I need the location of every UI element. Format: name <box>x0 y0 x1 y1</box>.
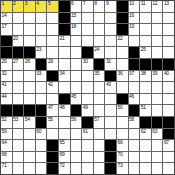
grid-cell[interactable] <box>13 24 24 35</box>
black-cell <box>140 117 151 128</box>
black-cell <box>1 47 12 58</box>
grid-cell[interactable]: 28 <box>24 59 35 70</box>
grid-cell[interactable] <box>36 94 47 105</box>
clue-number: 57 <box>94 117 99 122</box>
grid-cell[interactable]: 67 <box>163 140 174 151</box>
black-cell <box>117 24 128 35</box>
grid-cell[interactable] <box>36 13 47 24</box>
grid-cell[interactable] <box>82 24 93 35</box>
clue-number: 58 <box>129 117 134 122</box>
grid-cell[interactable] <box>129 152 140 163</box>
grid-cell[interactable]: 18 <box>71 24 82 35</box>
black-cell <box>13 47 24 58</box>
grid-cell[interactable] <box>36 140 47 151</box>
grid-cell[interactable]: 61 <box>82 129 93 140</box>
clue-number: 32 <box>2 71 7 76</box>
grid-cell[interactable]: 15 <box>71 13 82 24</box>
clue-number: 7 <box>83 1 85 6</box>
grid-cell[interactable] <box>47 36 58 47</box>
grid-cell[interactable]: 47 <box>47 105 58 116</box>
black-cell <box>105 163 116 174</box>
grid-cell[interactable]: 27 <box>13 59 24 70</box>
clue-number: 70 <box>118 152 123 157</box>
grid-cell[interactable] <box>152 36 163 47</box>
grid-cell[interactable] <box>36 152 47 163</box>
grid-cell[interactable] <box>94 24 105 35</box>
grid-cell[interactable] <box>24 163 35 174</box>
grid-cell[interactable] <box>13 94 24 105</box>
grid-cell[interactable] <box>117 82 128 93</box>
clue-number: 69 <box>60 152 65 157</box>
grid-cell[interactable] <box>71 47 82 58</box>
grid-cell[interactable] <box>152 47 163 58</box>
grid-cell[interactable] <box>117 129 128 140</box>
grid-cell[interactable] <box>152 94 163 105</box>
grid-cell[interactable] <box>163 163 174 174</box>
clue-number: 21 <box>60 36 65 41</box>
grid-cell[interactable] <box>140 140 151 151</box>
grid-cell[interactable] <box>152 13 163 24</box>
black-cell <box>129 105 140 116</box>
clue-number: 22 <box>118 36 123 41</box>
grid-cell-highlighted[interactable]: 1 <box>1 1 12 12</box>
clue-number: 13 <box>164 1 169 6</box>
grid-cell[interactable] <box>105 129 116 140</box>
grid-cell[interactable]: 8 <box>94 1 105 12</box>
crossword-board: 1234567891011121314151617181920212223242… <box>0 0 175 175</box>
clue-number: 52 <box>2 117 7 122</box>
grid-cell[interactable]: 7 <box>82 1 93 12</box>
black-cell <box>47 140 58 151</box>
clue-number: 34 <box>60 71 65 76</box>
grid-cell[interactable]: 10 <box>129 1 140 12</box>
clue-number: 31 <box>106 59 111 64</box>
grid-cell[interactable]: 52 <box>1 117 12 128</box>
clue-number: 36 <box>118 71 123 76</box>
clue-number: 17 <box>2 24 7 29</box>
grid-cell[interactable] <box>152 140 163 151</box>
grid-cell[interactable] <box>163 36 174 47</box>
clue-number: 8 <box>94 1 96 6</box>
grid-cell[interactable]: 39 <box>152 71 163 82</box>
grid-cell[interactable]: 58 <box>129 117 140 128</box>
grid-cell[interactable] <box>82 140 93 151</box>
grid-cell[interactable]: 38 <box>140 71 151 82</box>
clue-number: 68 <box>2 152 7 157</box>
black-cell <box>129 47 140 58</box>
clue-number: 9 <box>106 1 108 6</box>
clue-number: 29 <box>48 59 53 64</box>
grid-cell[interactable] <box>129 36 140 47</box>
clue-number: 38 <box>141 71 146 76</box>
black-cell <box>117 13 128 24</box>
grid-cell[interactable] <box>152 24 163 35</box>
grid-cell[interactable]: 46 <box>129 94 140 105</box>
grid-cell[interactable] <box>94 105 105 116</box>
grid-cell[interactable] <box>71 59 82 70</box>
grid-cell[interactable]: 29 <box>47 59 58 70</box>
clue-number: 27 <box>13 59 18 64</box>
grid-cell[interactable] <box>163 105 174 116</box>
grid-cell[interactable]: 57 <box>94 117 105 128</box>
black-cell <box>105 140 116 151</box>
grid-cell[interactable] <box>59 59 70 70</box>
grid-cell[interactable]: 41 <box>1 82 12 93</box>
grid-cell[interactable] <box>140 82 151 93</box>
clue-number: 53 <box>13 117 18 122</box>
black-cell <box>36 105 47 116</box>
grid-cell[interactable]: 60 <box>36 129 47 140</box>
grid-cell[interactable]: 37 <box>129 71 140 82</box>
grid-cell[interactable] <box>163 94 174 105</box>
grid-cell[interactable] <box>24 94 35 105</box>
grid-cell[interactable] <box>152 105 163 116</box>
clue-number: 62 <box>141 129 146 134</box>
grid-cell[interactable] <box>105 47 116 58</box>
clue-number: 55 <box>48 117 53 122</box>
grid-cell[interactable]: 11 <box>140 1 151 12</box>
grid-cell[interactable] <box>82 82 93 93</box>
clue-number: 41 <box>2 82 7 87</box>
clue-number: 24 <box>94 47 99 52</box>
black-cell <box>13 105 24 116</box>
grid-cell[interactable]: 21 <box>59 36 70 47</box>
grid-cell[interactable] <box>71 140 82 151</box>
grid-cell[interactable]: 48 <box>59 105 70 116</box>
grid-cell[interactable]: 24 <box>94 47 105 58</box>
clue-number: 30 <box>83 59 88 64</box>
grid-cell[interactable]: 26 <box>1 59 12 70</box>
grid-cell[interactable]: 17 <box>1 24 12 35</box>
clue-number: 63 <box>152 129 157 134</box>
grid-cell[interactable] <box>163 152 174 163</box>
grid-cell[interactable] <box>71 152 82 163</box>
grid-cell[interactable] <box>105 24 116 35</box>
grid-cell[interactable] <box>47 24 58 35</box>
grid-cell[interactable]: 20 <box>13 36 24 47</box>
grid-cell[interactable] <box>152 82 163 93</box>
black-cell <box>129 59 140 70</box>
grid-cell[interactable] <box>129 140 140 151</box>
grid-cell[interactable]: 32 <box>1 71 12 82</box>
grid-cell[interactable] <box>36 82 47 93</box>
clue-number: 65 <box>60 140 65 145</box>
grid-cell[interactable]: 14 <box>1 13 12 24</box>
grid-cell[interactable] <box>71 36 82 47</box>
black-cell <box>47 152 58 163</box>
black-cell <box>59 24 70 35</box>
clue-number: 33 <box>36 71 41 76</box>
clue-number: 67 <box>164 140 169 145</box>
grid-cell[interactable]: 22 <box>117 36 128 47</box>
grid-cell[interactable]: 69 <box>59 152 70 163</box>
clue-number: 49 <box>83 105 88 110</box>
clue-number: 12 <box>152 1 157 6</box>
grid-cell[interactable] <box>13 82 24 93</box>
grid-cell[interactable] <box>82 152 93 163</box>
black-cell <box>117 1 128 12</box>
black-cell <box>163 59 174 70</box>
grid-cell[interactable] <box>36 24 47 35</box>
black-cell <box>59 94 70 105</box>
grid-cell[interactable] <box>13 13 24 24</box>
clue-number: 39 <box>152 71 157 76</box>
grid-cell[interactable]: 9 <box>105 1 116 12</box>
clue-number: 46 <box>129 94 134 99</box>
clue-number: 23 <box>36 47 41 52</box>
grid-cell[interactable] <box>163 13 174 24</box>
clue-number: 5 <box>48 1 50 6</box>
clue-number: 25 <box>141 47 146 52</box>
grid-cell[interactable] <box>140 24 151 35</box>
clue-number: 4 <box>36 1 38 6</box>
grid-cell[interactable] <box>163 47 174 58</box>
grid-cell[interactable] <box>129 163 140 174</box>
grid-cell-highlighted[interactable]: 4 <box>36 1 47 12</box>
grid-cell[interactable] <box>105 36 116 47</box>
clue-number: 10 <box>129 1 134 6</box>
grid-cell[interactable] <box>13 140 24 151</box>
grid-cell[interactable]: 53 <box>13 117 24 128</box>
clue-number: 47 <box>48 105 53 110</box>
grid-cell[interactable] <box>71 163 82 174</box>
grid-cell[interactable] <box>59 82 70 93</box>
clue-number: 44 <box>2 94 7 99</box>
grid-cell[interactable]: 72 <box>59 163 70 174</box>
grid-cell[interactable] <box>82 94 93 105</box>
clue-number: 2 <box>13 1 15 6</box>
black-cell <box>1 36 12 47</box>
grid-cell[interactable] <box>129 129 140 140</box>
clue-number: 35 <box>94 71 99 76</box>
grid-cell[interactable] <box>24 129 35 140</box>
grid-cell[interactable]: 13 <box>163 1 174 12</box>
clue-number: 11 <box>141 1 146 6</box>
clue-number: 48 <box>60 105 65 110</box>
grid-cell[interactable]: 34 <box>59 71 70 82</box>
clue-number: 1 <box>2 1 4 6</box>
black-cell <box>24 105 35 116</box>
grid-cell[interactable] <box>94 163 105 174</box>
grid-cell[interactable]: 43 <box>105 82 116 93</box>
grid-cell[interactable] <box>94 152 105 163</box>
grid-cell[interactable] <box>24 36 35 47</box>
grid-cell[interactable]: 30 <box>82 59 93 70</box>
black-cell <box>163 117 174 128</box>
grid-cell[interactable] <box>94 82 105 93</box>
grid-cell[interactable] <box>47 129 58 140</box>
black-cell <box>36 117 47 128</box>
grid-cell[interactable]: 63 <box>152 129 163 140</box>
black-cell <box>24 47 35 58</box>
grid-cell[interactable]: 71 <box>1 163 12 174</box>
grid-cell[interactable]: 54 <box>24 117 35 128</box>
grid-cell[interactable]: 19 <box>129 24 140 35</box>
clue-number: 50 <box>118 105 123 110</box>
clue-number: 71 <box>2 163 7 168</box>
clue-number: 64 <box>2 140 7 145</box>
black-cell <box>117 94 128 105</box>
grid-cell[interactable] <box>47 94 58 105</box>
grid-cell[interactable] <box>117 47 128 58</box>
black-cell <box>82 47 93 58</box>
grid-cell[interactable] <box>24 24 35 35</box>
black-cell <box>140 59 151 70</box>
grid-cell[interactable] <box>59 129 70 140</box>
grid-cell[interactable] <box>94 36 105 47</box>
black-cell <box>105 152 116 163</box>
clue-number: 28 <box>25 59 30 64</box>
grid-cell[interactable] <box>140 36 151 47</box>
clue-number: 56 <box>71 117 76 122</box>
grid-cell[interactable] <box>47 47 58 58</box>
clue-number: 14 <box>2 13 7 18</box>
clue-number: 43 <box>106 82 111 87</box>
grid-cell[interactable]: 65 <box>59 140 70 151</box>
grid-cell[interactable] <box>13 163 24 174</box>
clue-number: 54 <box>25 117 30 122</box>
grid-cell[interactable] <box>71 71 82 82</box>
grid-cell[interactable]: 62 <box>140 129 151 140</box>
clue-number: 18 <box>71 24 76 29</box>
grid-cell[interactable]: 44 <box>1 94 12 105</box>
clue-number: 72 <box>60 163 65 168</box>
clue-number: 73 <box>118 163 123 168</box>
grid-cell[interactable]: 33 <box>36 71 47 82</box>
black-cell <box>59 1 70 12</box>
clue-number: 60 <box>36 129 41 134</box>
grid-cell[interactable] <box>117 59 128 70</box>
black-cell <box>82 117 93 128</box>
grid-cell[interactable]: 45 <box>71 94 82 105</box>
grid-cell[interactable] <box>94 129 105 140</box>
black-cell <box>1 105 12 116</box>
black-cell <box>105 71 116 82</box>
grid-cell[interactable] <box>94 94 105 105</box>
black-cell <box>47 71 58 82</box>
grid-cell[interactable]: 31 <box>105 59 116 70</box>
grid-cell[interactable] <box>13 129 24 140</box>
grid-cell[interactable]: 23 <box>36 47 47 58</box>
grid-cell[interactable] <box>13 152 24 163</box>
grid-cell[interactable] <box>82 36 93 47</box>
black-cell <box>36 59 47 70</box>
grid-cell[interactable]: 12 <box>152 1 163 12</box>
black-cell <box>152 59 163 70</box>
grid-cell[interactable]: 42 <box>47 82 58 93</box>
grid-cell[interactable] <box>94 140 105 151</box>
grid-cell[interactable]: 73 <box>117 163 128 174</box>
grid-cell[interactable] <box>59 117 70 128</box>
black-cell <box>59 13 70 24</box>
grid-cell[interactable] <box>140 94 151 105</box>
grid-cell-highlighted[interactable]: 3 <box>24 1 35 12</box>
grid-cell[interactable] <box>24 71 35 82</box>
clue-number: 59 <box>2 129 7 134</box>
grid-cell[interactable] <box>24 140 35 151</box>
grid-cell[interactable] <box>24 82 35 93</box>
grid-cell[interactable] <box>105 117 116 128</box>
clue-number: 26 <box>2 59 7 64</box>
black-cell <box>94 59 105 70</box>
grid-cell[interactable] <box>152 163 163 174</box>
clue-number: 61 <box>83 129 88 134</box>
grid-cell[interactable]: 40 <box>163 71 174 82</box>
grid-cell[interactable] <box>163 24 174 35</box>
grid-cell[interactable] <box>47 13 58 24</box>
grid-cell[interactable] <box>163 82 174 93</box>
grid-cell[interactable]: 16 <box>129 13 140 24</box>
clue-number: 40 <box>164 71 169 76</box>
grid-cell[interactable] <box>71 82 82 93</box>
grid-cell[interactable]: 36 <box>117 71 128 82</box>
grid-cell[interactable]: 56 <box>71 117 82 128</box>
black-cell <box>47 163 58 174</box>
grid-cell[interactable] <box>129 82 140 93</box>
clue-number: 51 <box>141 105 146 110</box>
grid-cell[interactable] <box>152 152 163 163</box>
grid-cell[interactable] <box>71 129 82 140</box>
grid-cell[interactable]: 64 <box>1 140 12 151</box>
grid-cell[interactable] <box>24 13 35 24</box>
grid-cell[interactable]: 66 <box>117 140 128 151</box>
grid-cell[interactable] <box>105 105 116 116</box>
grid-cell[interactable] <box>24 152 35 163</box>
grid-cell[interactable] <box>82 13 93 24</box>
grid-cell[interactable]: 50 <box>117 105 128 116</box>
grid-cell[interactable] <box>59 47 70 58</box>
clue-number: 66 <box>118 140 123 145</box>
grid-cell[interactable]: 35 <box>94 71 105 82</box>
clue-number: 37 <box>129 71 134 76</box>
grid-cell[interactable] <box>36 36 47 47</box>
grid-cell[interactable] <box>36 163 47 174</box>
grid-cell[interactable] <box>13 71 24 82</box>
grid-cell[interactable]: 59 <box>1 129 12 140</box>
black-cell <box>71 105 82 116</box>
grid-cell[interactable]: 51 <box>140 105 151 116</box>
grid-cell-highlighted[interactable]: 2 <box>13 1 24 12</box>
grid-cell-highlighted[interactable]: 5 <box>47 1 58 12</box>
grid-cell[interactable] <box>105 94 116 105</box>
clue-number: 20 <box>13 36 18 41</box>
grid-cell[interactable]: 70 <box>117 152 128 163</box>
clue-number: 16 <box>129 13 134 18</box>
grid-cell[interactable]: 55 <box>47 117 58 128</box>
clue-number: 3 <box>25 1 27 6</box>
grid-cell[interactable] <box>140 13 151 24</box>
grid-cell[interactable]: 49 <box>82 105 93 116</box>
grid-cell[interactable] <box>94 13 105 24</box>
grid-cell[interactable]: 68 <box>1 152 12 163</box>
black-cell <box>152 117 163 128</box>
clue-number: 19 <box>129 24 134 29</box>
grid-cell[interactable] <box>117 117 128 128</box>
grid-cell[interactable]: 6 <box>71 1 82 12</box>
clue-number: 45 <box>71 94 76 99</box>
grid-cell[interactable] <box>140 152 151 163</box>
black-cell <box>163 129 174 140</box>
grid-cell[interactable] <box>105 13 116 24</box>
grid-cell[interactable] <box>82 163 93 174</box>
clue-number: 42 <box>48 82 53 87</box>
clue-number: 15 <box>71 13 76 18</box>
grid-cell[interactable]: 25 <box>140 47 151 58</box>
grid-cell[interactable] <box>140 163 151 174</box>
clue-number: 6 <box>71 1 73 6</box>
grid-cell[interactable] <box>82 71 93 82</box>
